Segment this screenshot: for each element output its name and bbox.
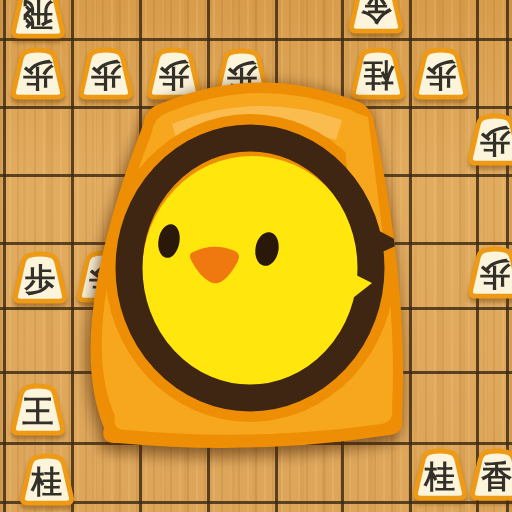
shogi-icon-scene: 飛金歩歩歩歩桂歩歩歩歩歩王桂桂香 [0, 0, 512, 512]
mascot-chick-piece[interactable] [0, 0, 512, 512]
